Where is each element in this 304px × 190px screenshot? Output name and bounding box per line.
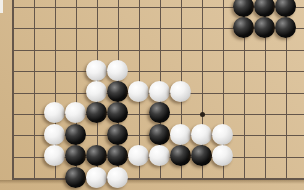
black-stone bbox=[107, 145, 128, 166]
white-stone bbox=[149, 81, 170, 102]
screenshot-frame bbox=[0, 0, 304, 190]
black-stone bbox=[65, 167, 86, 188]
black-stone bbox=[86, 102, 107, 123]
white-stone bbox=[128, 81, 149, 102]
grid-line-horizontal bbox=[12, 71, 304, 72]
white-stone bbox=[170, 81, 191, 102]
grid-line-horizontal bbox=[12, 178, 304, 180]
screen-edge-artifact bbox=[0, 0, 3, 13]
white-stone bbox=[191, 124, 212, 145]
grid-line-horizontal bbox=[12, 50, 304, 51]
white-stone bbox=[86, 81, 107, 102]
white-stone bbox=[128, 145, 149, 166]
white-stone bbox=[149, 145, 170, 166]
white-stone bbox=[44, 145, 65, 166]
black-stone bbox=[191, 145, 212, 166]
black-stone bbox=[233, 0, 254, 17]
white-stone bbox=[86, 60, 107, 81]
white-stone bbox=[86, 167, 107, 188]
black-stone bbox=[254, 17, 275, 38]
black-stone bbox=[170, 145, 191, 166]
white-stone bbox=[170, 124, 191, 145]
white-stone bbox=[212, 145, 233, 166]
white-stone bbox=[65, 102, 86, 123]
black-stone bbox=[107, 81, 128, 102]
white-stone bbox=[107, 167, 128, 188]
black-stone bbox=[254, 0, 275, 17]
white-stone bbox=[44, 102, 65, 123]
black-stone bbox=[149, 124, 170, 145]
board-bottom-edge-shadow bbox=[0, 180, 304, 184]
black-stone bbox=[275, 17, 296, 38]
black-stone bbox=[233, 17, 254, 38]
black-stone bbox=[86, 145, 107, 166]
go-board-surface[interactable] bbox=[0, 0, 304, 190]
star-point bbox=[200, 112, 205, 117]
white-stone bbox=[44, 124, 65, 145]
black-stone bbox=[107, 102, 128, 123]
black-stone bbox=[275, 0, 296, 17]
black-stone bbox=[107, 124, 128, 145]
grid-line-vertical bbox=[34, 0, 35, 179]
white-stone bbox=[212, 124, 233, 145]
black-stone bbox=[65, 124, 86, 145]
white-stone bbox=[107, 60, 128, 81]
black-stone bbox=[65, 145, 86, 166]
grid-line-vertical bbox=[12, 0, 14, 179]
black-stone bbox=[149, 102, 170, 123]
